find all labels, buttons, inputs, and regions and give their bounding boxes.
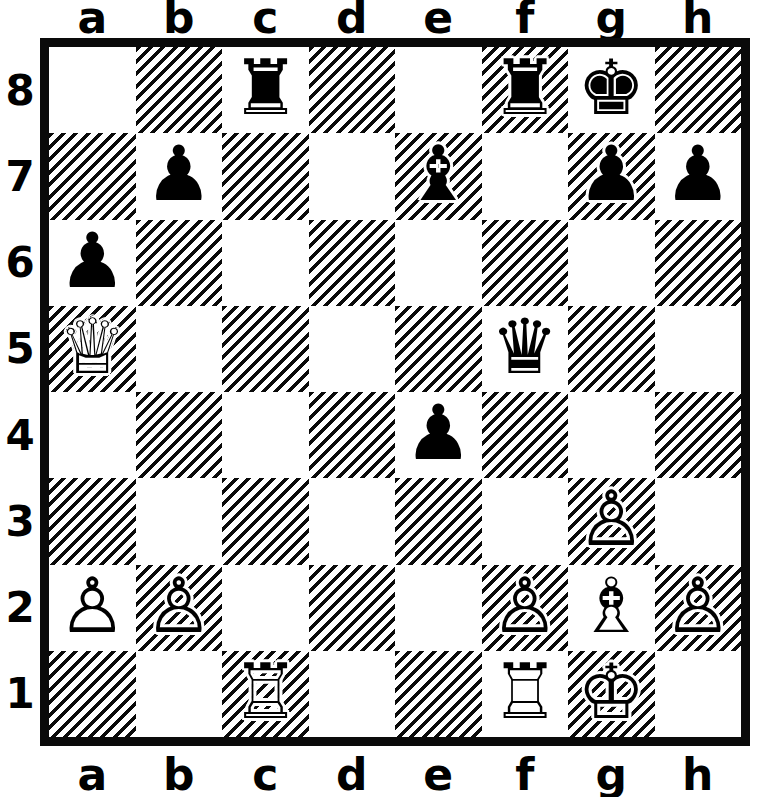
square-d2[interactable] — [309, 565, 396, 651]
square-e3[interactable] — [395, 478, 482, 564]
square-e4[interactable]: ♟ — [395, 392, 482, 478]
square-e8[interactable] — [395, 47, 482, 133]
square-h7[interactable]: ♟ — [655, 133, 742, 219]
square-c3[interactable] — [222, 478, 309, 564]
black-rook-f8[interactable]: ♜ — [491, 50, 559, 126]
file-label-bottom-d: d — [309, 748, 396, 797]
square-d7[interactable] — [309, 133, 396, 219]
square-f6[interactable] — [482, 220, 569, 306]
square-f4[interactable] — [482, 392, 569, 478]
file-label-top-e: e — [395, 0, 482, 40]
file-label-top-b: b — [136, 0, 223, 40]
file-label-top-d: d — [309, 0, 396, 40]
black-rook-c8[interactable]: ♜ — [231, 50, 299, 126]
rank-label-left-8: 8 — [0, 47, 40, 133]
white-rook-f1[interactable]: ♖ — [491, 654, 559, 730]
square-a6[interactable]: ♟ — [49, 220, 136, 306]
chess-board: ♜♜♚♟♝♟♟♟♕♛♟♙♙♙♙♗♙♖♖♔ — [40, 38, 750, 746]
black-pawn-e4[interactable]: ♟ — [404, 395, 472, 471]
square-h6[interactable] — [655, 220, 742, 306]
square-f8[interactable]: ♜ — [482, 47, 569, 133]
square-b3[interactable] — [136, 478, 223, 564]
black-pawn-a6[interactable]: ♟ — [58, 223, 126, 299]
white-pawn-g3[interactable]: ♙ — [577, 481, 645, 557]
file-label-bottom-g: g — [568, 748, 655, 797]
rank-label-left-1: 1 — [0, 651, 40, 737]
square-g6[interactable] — [568, 220, 655, 306]
square-c8[interactable]: ♜ — [222, 47, 309, 133]
square-a7[interactable] — [49, 133, 136, 219]
file-label-bottom-e: e — [395, 748, 482, 797]
square-d5[interactable] — [309, 306, 396, 392]
rank-label-left-2: 2 — [0, 565, 40, 651]
rank-label-left-6: 6 — [0, 220, 40, 306]
file-label-top-c: c — [222, 0, 309, 40]
rank-label-left-5: 5 — [0, 306, 40, 392]
file-label-top-h: h — [655, 0, 742, 40]
square-c6[interactable] — [222, 220, 309, 306]
square-a5[interactable]: ♕ — [49, 306, 136, 392]
square-b1[interactable] — [136, 651, 223, 737]
file-label-bottom-b: b — [136, 748, 223, 797]
square-d8[interactable] — [309, 47, 396, 133]
square-e6[interactable] — [395, 220, 482, 306]
square-d1[interactable] — [309, 651, 396, 737]
square-f1[interactable]: ♖ — [482, 651, 569, 737]
square-f7[interactable] — [482, 133, 569, 219]
square-g7[interactable]: ♟ — [568, 133, 655, 219]
square-h8[interactable] — [655, 47, 742, 133]
square-e7[interactable]: ♝ — [395, 133, 482, 219]
square-c7[interactable] — [222, 133, 309, 219]
square-a1[interactable] — [49, 651, 136, 737]
square-h3[interactable] — [655, 478, 742, 564]
chess-diagram: abcdefgh 87654321 ♜♜♚♟♝♟♟♟♕♛♟♙♙♙♙♗♙♖♖♔ a… — [0, 0, 758, 797]
square-a3[interactable] — [49, 478, 136, 564]
square-e5[interactable] — [395, 306, 482, 392]
file-label-top-g: g — [568, 0, 655, 40]
square-c1[interactable]: ♖ — [222, 651, 309, 737]
square-f5[interactable]: ♛ — [482, 306, 569, 392]
square-g4[interactable] — [568, 392, 655, 478]
file-label-bottom-c: c — [222, 748, 309, 797]
square-h4[interactable] — [655, 392, 742, 478]
white-pawn-h2[interactable]: ♙ — [664, 568, 732, 644]
square-b2[interactable]: ♙ — [136, 565, 223, 651]
square-h1[interactable] — [655, 651, 742, 737]
square-b4[interactable] — [136, 392, 223, 478]
file-labels-top: abcdefgh — [49, 0, 741, 34]
white-pawn-a2[interactable]: ♙ — [58, 568, 126, 644]
square-h2[interactable]: ♙ — [655, 565, 742, 651]
black-king-g8[interactable]: ♚ — [577, 50, 645, 126]
square-d3[interactable] — [309, 478, 396, 564]
white-pawn-b2[interactable]: ♙ — [145, 568, 213, 644]
file-label-bottom-h: h — [655, 748, 742, 797]
black-pawn-h7[interactable]: ♟ — [664, 136, 732, 212]
square-b8[interactable] — [136, 47, 223, 133]
white-pawn-f2[interactable]: ♙ — [491, 568, 559, 644]
square-c5[interactable] — [222, 306, 309, 392]
file-labels-bottom: abcdefgh — [49, 748, 741, 797]
white-rook-c1[interactable]: ♖ — [231, 654, 299, 730]
square-g5[interactable] — [568, 306, 655, 392]
square-g1[interactable]: ♔ — [568, 651, 655, 737]
square-c2[interactable] — [222, 565, 309, 651]
square-a4[interactable] — [49, 392, 136, 478]
square-g2[interactable]: ♗ — [568, 565, 655, 651]
white-queen-a5[interactable]: ♕ — [58, 309, 126, 385]
black-pawn-b7[interactable]: ♟ — [145, 136, 213, 212]
square-h5[interactable] — [655, 306, 742, 392]
square-e1[interactable] — [395, 651, 482, 737]
white-bishop-g2[interactable]: ♗ — [577, 568, 645, 644]
square-b7[interactable]: ♟ — [136, 133, 223, 219]
square-a8[interactable] — [49, 47, 136, 133]
rank-label-left-4: 4 — [0, 392, 40, 478]
square-e2[interactable] — [395, 565, 482, 651]
file-label-bottom-f: f — [482, 748, 569, 797]
file-label-bottom-a: a — [49, 748, 136, 797]
square-d6[interactable] — [309, 220, 396, 306]
square-g8[interactable]: ♚ — [568, 47, 655, 133]
file-label-top-f: f — [482, 0, 569, 40]
black-queen-f5[interactable]: ♛ — [491, 309, 559, 385]
square-b6[interactable] — [136, 220, 223, 306]
rank-label-left-3: 3 — [0, 478, 40, 564]
file-label-top-a: a — [49, 0, 136, 40]
rank-labels-left: 87654321 — [0, 47, 40, 737]
square-b5[interactable] — [136, 306, 223, 392]
black-bishop-e7[interactable]: ♝ — [404, 136, 472, 212]
black-pawn-g7[interactable]: ♟ — [577, 136, 645, 212]
square-f3[interactable] — [482, 478, 569, 564]
square-a2[interactable]: ♙ — [49, 565, 136, 651]
white-king-g1[interactable]: ♔ — [577, 654, 645, 730]
square-d4[interactable] — [309, 392, 396, 478]
square-f2[interactable]: ♙ — [482, 565, 569, 651]
square-g3[interactable]: ♙ — [568, 478, 655, 564]
square-c4[interactable] — [222, 392, 309, 478]
rank-label-left-7: 7 — [0, 133, 40, 219]
